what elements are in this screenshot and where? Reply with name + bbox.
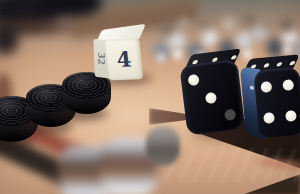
bokeh-silver-checker: [198, 16, 210, 28]
die-pip: [263, 63, 270, 68]
bokeh-silver-checker: [252, 26, 267, 41]
silver-checker-blurred: [146, 126, 180, 166]
bokeh-silver-checker: [236, 32, 253, 49]
cube-side-value: 32: [96, 52, 106, 66]
bokeh-silver-checker: [157, 54, 165, 62]
bokeh-silver-checker: [243, 50, 252, 59]
die-pip: [188, 74, 200, 86]
die-right-showing-4[interactable]: [239, 55, 300, 146]
die-pip: [263, 112, 275, 124]
blurred-black-checker: [0, 22, 18, 54]
bokeh-silver-checker: [168, 32, 186, 50]
bokeh-silver-checker: [283, 46, 291, 54]
backgammon-board-photo: 32 4: [0, 0, 300, 194]
bokeh-silver-checker: [262, 16, 274, 28]
die-pip: [282, 79, 294, 91]
bokeh-silver-checker: [222, 18, 235, 31]
die-pip: [285, 110, 297, 122]
die-front-face: [253, 67, 300, 139]
die-pip: [260, 81, 272, 93]
bokeh-silver-checker: [244, 14, 255, 25]
die-pip: [205, 91, 217, 103]
doubling-cube[interactable]: 32 4: [93, 25, 147, 85]
die-pip: [276, 62, 283, 67]
cube-front-value: 4: [116, 47, 133, 72]
die-front-face: [179, 59, 245, 136]
bokeh-silver-checker: [280, 18, 293, 31]
die-pip: [224, 109, 236, 121]
cube-front-face: 4: [105, 38, 143, 80]
die-pip: [230, 55, 237, 60]
bokeh-silver-checker: [178, 18, 190, 30]
bokeh-silver-checker: [160, 22, 173, 35]
bokeh-silver-checker: [202, 30, 218, 46]
die-pip: [289, 61, 296, 66]
